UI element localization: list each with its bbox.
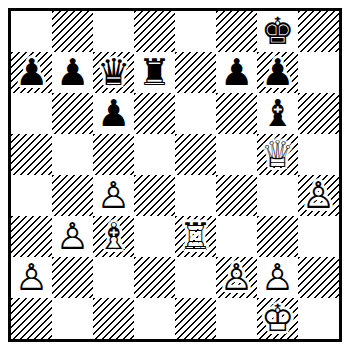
white-king-g1: ♔ bbox=[261, 298, 294, 339]
square-a5[interactable] bbox=[11, 134, 52, 175]
square-a6[interactable] bbox=[11, 93, 52, 134]
square-a3[interactable] bbox=[11, 216, 52, 257]
square-b6[interactable] bbox=[52, 93, 93, 134]
square-b7[interactable]: ♟ bbox=[52, 52, 93, 93]
square-g5[interactable]: ♕ bbox=[257, 134, 298, 175]
square-h4[interactable]: ♙ bbox=[298, 175, 339, 216]
square-e1[interactable] bbox=[175, 298, 216, 339]
white-pawn-b3: ♙ bbox=[56, 216, 89, 257]
square-h6[interactable] bbox=[298, 93, 339, 134]
square-g8[interactable]: ♚ bbox=[257, 11, 298, 52]
square-b2[interactable] bbox=[52, 257, 93, 298]
square-c6[interactable]: ♟ bbox=[93, 93, 134, 134]
square-e7[interactable] bbox=[175, 52, 216, 93]
square-e3[interactable]: ♖ bbox=[175, 216, 216, 257]
black-pawn-g7: ♟ bbox=[261, 52, 294, 93]
square-e2[interactable] bbox=[175, 257, 216, 298]
square-f8[interactable] bbox=[216, 11, 257, 52]
black-king-g8: ♚ bbox=[261, 11, 294, 52]
square-a2[interactable]: ♙ bbox=[11, 257, 52, 298]
square-e5[interactable] bbox=[175, 134, 216, 175]
square-h5[interactable] bbox=[298, 134, 339, 175]
square-c8[interactable] bbox=[93, 11, 134, 52]
square-f5[interactable] bbox=[216, 134, 257, 175]
square-f6[interactable] bbox=[216, 93, 257, 134]
square-f2[interactable]: ♙ bbox=[216, 257, 257, 298]
white-pawn-a2: ♙ bbox=[15, 257, 48, 298]
square-e8[interactable] bbox=[175, 11, 216, 52]
square-f3[interactable] bbox=[216, 216, 257, 257]
square-f1[interactable] bbox=[216, 298, 257, 339]
black-pawn-f7: ♟ bbox=[220, 52, 253, 93]
white-pawn-f2: ♙ bbox=[220, 257, 253, 298]
white-queen-g5: ♕ bbox=[261, 134, 294, 175]
square-e4[interactable] bbox=[175, 175, 216, 216]
square-g6[interactable]: ♝ bbox=[257, 93, 298, 134]
square-c5[interactable] bbox=[93, 134, 134, 175]
square-a4[interactable] bbox=[11, 175, 52, 216]
square-d7[interactable]: ♜ bbox=[134, 52, 175, 93]
square-h7[interactable] bbox=[298, 52, 339, 93]
square-a8[interactable] bbox=[11, 11, 52, 52]
square-g1[interactable]: ♔ bbox=[257, 298, 298, 339]
square-d3[interactable] bbox=[134, 216, 175, 257]
square-c1[interactable] bbox=[93, 298, 134, 339]
square-c7[interactable]: ♛ bbox=[93, 52, 134, 93]
black-pawn-c6: ♟ bbox=[97, 93, 130, 134]
chess-board: ♚♟♟♛♜♟♟♟♝♕♙♙♙♗♖♙♙♙♔ bbox=[8, 8, 342, 342]
black-pawn-a7: ♟ bbox=[15, 52, 48, 93]
square-b3[interactable]: ♙ bbox=[52, 216, 93, 257]
square-d4[interactable] bbox=[134, 175, 175, 216]
square-a1[interactable] bbox=[11, 298, 52, 339]
square-a7[interactable]: ♟ bbox=[11, 52, 52, 93]
white-pawn-h4: ♙ bbox=[302, 175, 335, 216]
white-pawn-c4: ♙ bbox=[97, 175, 130, 216]
square-d2[interactable] bbox=[134, 257, 175, 298]
square-g4[interactable] bbox=[257, 175, 298, 216]
square-g2[interactable]: ♙ bbox=[257, 257, 298, 298]
square-c3[interactable]: ♗ bbox=[93, 216, 134, 257]
white-rook-e3: ♖ bbox=[179, 216, 212, 257]
square-g7[interactable]: ♟ bbox=[257, 52, 298, 93]
chess-diagram: ♚♟♟♛♜♟♟♟♝♕♙♙♙♗♖♙♙♙♔ bbox=[0, 0, 350, 350]
square-b5[interactable] bbox=[52, 134, 93, 175]
square-b4[interactable] bbox=[52, 175, 93, 216]
square-d8[interactable] bbox=[134, 11, 175, 52]
square-c4[interactable]: ♙ bbox=[93, 175, 134, 216]
square-h1[interactable] bbox=[298, 298, 339, 339]
square-h8[interactable] bbox=[298, 11, 339, 52]
white-bishop-c3: ♗ bbox=[97, 216, 130, 257]
square-e6[interactable] bbox=[175, 93, 216, 134]
square-d6[interactable] bbox=[134, 93, 175, 134]
square-d5[interactable] bbox=[134, 134, 175, 175]
square-g3[interactable] bbox=[257, 216, 298, 257]
square-h3[interactable] bbox=[298, 216, 339, 257]
square-b8[interactable] bbox=[52, 11, 93, 52]
black-bishop-g6: ♝ bbox=[261, 93, 294, 134]
square-c2[interactable] bbox=[93, 257, 134, 298]
black-queen-c7: ♛ bbox=[97, 52, 130, 93]
square-b1[interactable] bbox=[52, 298, 93, 339]
square-d1[interactable] bbox=[134, 298, 175, 339]
black-rook-d7: ♜ bbox=[138, 52, 171, 93]
black-pawn-b7: ♟ bbox=[56, 52, 89, 93]
white-pawn-g2: ♙ bbox=[261, 257, 294, 298]
square-f4[interactable] bbox=[216, 175, 257, 216]
square-f7[interactable]: ♟ bbox=[216, 52, 257, 93]
square-h2[interactable] bbox=[298, 257, 339, 298]
